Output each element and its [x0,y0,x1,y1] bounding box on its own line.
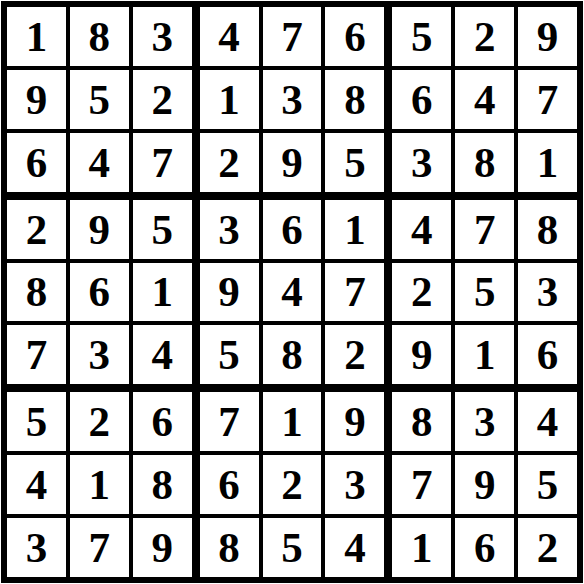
cell-r9c5[interactable]: 5 [263,518,322,577]
cell-r5c7[interactable]: 2 [392,263,451,322]
cell-r4c4[interactable]: 3 [200,200,259,259]
cell-r9c3[interactable]: 9 [133,518,192,577]
cell-r8c6[interactable]: 3 [325,455,384,514]
cell-r7c5[interactable]: 1 [263,392,322,451]
cell-r2c3[interactable]: 2 [133,70,192,129]
cell-r5c8[interactable]: 5 [455,263,514,322]
cell-r7c2[interactable]: 2 [70,392,129,451]
sudoku-box-6: 478253916 [392,200,577,385]
cell-r2c7[interactable]: 6 [392,70,451,129]
cell-r8c5[interactable]: 2 [263,455,322,514]
sudoku-box-1: 183952647 [7,7,192,192]
cell-r8c4[interactable]: 6 [200,455,259,514]
cell-r1c7[interactable]: 5 [392,7,451,66]
sudoku-box-7: 526418379 [7,392,192,577]
cell-r8c8[interactable]: 9 [455,455,514,514]
cell-r4c8[interactable]: 7 [455,200,514,259]
cell-r1c1[interactable]: 1 [7,7,66,66]
cell-r3c1[interactable]: 6 [7,133,66,192]
cell-r6c9[interactable]: 6 [518,325,577,384]
cell-r3c6[interactable]: 5 [325,133,384,192]
cell-r4c6[interactable]: 1 [325,200,384,259]
cell-r3c4[interactable]: 2 [200,133,259,192]
cell-r4c5[interactable]: 6 [263,200,322,259]
cell-r5c3[interactable]: 1 [133,263,192,322]
cell-r3c8[interactable]: 8 [455,133,514,192]
cell-r9c9[interactable]: 2 [518,518,577,577]
cell-r1c3[interactable]: 3 [133,7,192,66]
cell-r5c9[interactable]: 3 [518,263,577,322]
cell-r7c1[interactable]: 5 [7,392,66,451]
cell-r5c5[interactable]: 4 [263,263,322,322]
cell-r3c3[interactable]: 7 [133,133,192,192]
cell-r7c6[interactable]: 9 [325,392,384,451]
cell-r6c1[interactable]: 7 [7,325,66,384]
page: 1839526474761382955296473812958617343619… [0,0,584,584]
sudoku-box-4: 295861734 [7,200,192,385]
cell-r2c2[interactable]: 5 [70,70,129,129]
cell-r6c3[interactable]: 4 [133,325,192,384]
cell-r5c2[interactable]: 6 [70,263,129,322]
cell-r7c3[interactable]: 6 [133,392,192,451]
cell-r8c9[interactable]: 5 [518,455,577,514]
cell-r8c7[interactable]: 7 [392,455,451,514]
cell-r6c4[interactable]: 5 [200,325,259,384]
sudoku-box-9: 834795162 [392,392,577,577]
cell-r2c8[interactable]: 4 [455,70,514,129]
cell-r3c7[interactable]: 3 [392,133,451,192]
cell-r1c4[interactable]: 4 [200,7,259,66]
cell-r2c9[interactable]: 7 [518,70,577,129]
sudoku-box-2: 476138295 [200,7,385,192]
cell-r4c1[interactable]: 2 [7,200,66,259]
cell-r7c8[interactable]: 3 [455,392,514,451]
cell-r9c6[interactable]: 4 [325,518,384,577]
cell-r9c1[interactable]: 3 [7,518,66,577]
cell-r6c7[interactable]: 9 [392,325,451,384]
sudoku-box-3: 529647381 [392,7,577,192]
cell-r2c1[interactable]: 9 [7,70,66,129]
cell-r2c5[interactable]: 3 [263,70,322,129]
cell-r4c7[interactable]: 4 [392,200,451,259]
cell-r4c3[interactable]: 5 [133,200,192,259]
sudoku-box-8: 719623854 [200,392,385,577]
cell-r1c5[interactable]: 7 [263,7,322,66]
cell-r3c9[interactable]: 1 [518,133,577,192]
cell-r6c8[interactable]: 1 [455,325,514,384]
cell-r1c2[interactable]: 8 [70,7,129,66]
cell-r5c6[interactable]: 7 [325,263,384,322]
cell-r5c4[interactable]: 9 [200,263,259,322]
cell-r2c6[interactable]: 8 [325,70,384,129]
cell-r9c4[interactable]: 8 [200,518,259,577]
cell-r2c4[interactable]: 1 [200,70,259,129]
cell-r7c7[interactable]: 8 [392,392,451,451]
cell-r6c2[interactable]: 3 [70,325,129,384]
cell-r1c8[interactable]: 2 [455,7,514,66]
cell-r5c1[interactable]: 8 [7,263,66,322]
cell-r6c6[interactable]: 2 [325,325,384,384]
cell-r8c3[interactable]: 8 [133,455,192,514]
cell-r4c2[interactable]: 9 [70,200,129,259]
cell-r6c5[interactable]: 8 [263,325,322,384]
cell-r1c9[interactable]: 9 [518,7,577,66]
cell-r7c9[interactable]: 4 [518,392,577,451]
sudoku-board: 1839526474761382955296473812958617343619… [1,1,583,583]
cell-r8c2[interactable]: 1 [70,455,129,514]
cell-r9c8[interactable]: 6 [455,518,514,577]
cell-r9c7[interactable]: 1 [392,518,451,577]
sudoku-box-5: 361947582 [200,200,385,385]
cell-r4c9[interactable]: 8 [518,200,577,259]
cell-r3c2[interactable]: 4 [70,133,129,192]
cell-r8c1[interactable]: 4 [7,455,66,514]
cell-r7c4[interactable]: 7 [200,392,259,451]
cell-r1c6[interactable]: 6 [325,7,384,66]
cell-r3c5[interactable]: 9 [263,133,322,192]
cell-r9c2[interactable]: 7 [70,518,129,577]
